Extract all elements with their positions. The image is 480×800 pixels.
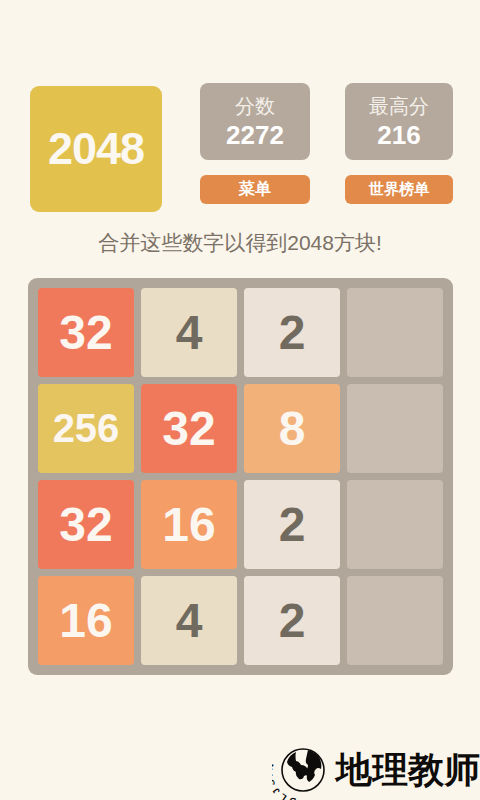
tile-2: 2 bbox=[244, 480, 340, 569]
best-score-label: 最高分 bbox=[369, 94, 429, 118]
empty-cell bbox=[347, 288, 443, 377]
tile-8: 8 bbox=[244, 384, 340, 473]
empty-cell bbox=[347, 384, 443, 473]
empty-cell bbox=[347, 576, 443, 665]
logo-text: 2048 bbox=[48, 123, 144, 175]
logo-2048-tile: 2048 bbox=[30, 86, 162, 212]
tile-16: 16 bbox=[38, 576, 134, 665]
globe-icon: DLJS.NET bbox=[272, 740, 334, 800]
svg-text:DLJS.NET: DLJS.NET bbox=[272, 740, 297, 800]
tile-32: 32 bbox=[141, 384, 237, 473]
score-box: 分数 2272 bbox=[200, 83, 310, 160]
score-value: 2272 bbox=[226, 120, 284, 150]
tile-16: 16 bbox=[141, 480, 237, 569]
world-leaderboard-button[interactable]: 世界榜单 bbox=[345, 175, 453, 204]
menu-button[interactable]: 菜单 bbox=[200, 175, 310, 204]
best-score-value: 216 bbox=[377, 120, 420, 150]
tile-32: 32 bbox=[38, 480, 134, 569]
tile-4: 4 bbox=[141, 576, 237, 665]
best-score-box: 最高分 216 bbox=[345, 83, 453, 160]
board[interactable]: 3242256328321621642 bbox=[28, 278, 453, 675]
tile-32: 32 bbox=[38, 288, 134, 377]
watermark-brand-text: 地理教师 bbox=[336, 740, 480, 800]
score-label: 分数 bbox=[235, 94, 275, 118]
tile-2: 2 bbox=[244, 576, 340, 665]
instruction-text: 合并这些数字以得到2048方块! bbox=[0, 229, 480, 257]
tile-256: 256 bbox=[38, 384, 134, 473]
watermark: DLJS.NET 地理教师 bbox=[272, 740, 480, 800]
globe-arc-text: DLJS.NET bbox=[272, 740, 297, 800]
tile-2: 2 bbox=[244, 288, 340, 377]
empty-cell bbox=[347, 480, 443, 569]
tile-4: 4 bbox=[141, 288, 237, 377]
